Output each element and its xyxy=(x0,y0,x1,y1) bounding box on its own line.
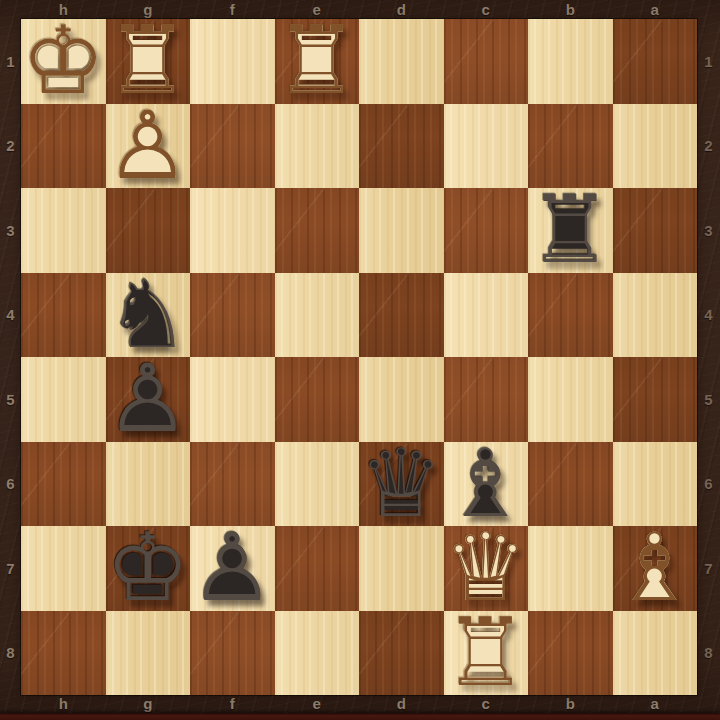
rank-label-right-4: 4 xyxy=(697,273,720,358)
square-h3[interactable] xyxy=(21,188,106,273)
piece-black-pawn[interactable]: ♟♙ xyxy=(190,526,275,611)
square-c6[interactable]: ♝♗ xyxy=(444,442,529,527)
piece-fill-glyph: ♚ xyxy=(106,526,191,611)
piece-detail-outline: ♕ xyxy=(444,526,529,611)
square-h7[interactable] xyxy=(21,526,106,611)
piece-detail-outline: ♖ xyxy=(275,19,360,104)
rank-label-right-5: 5 xyxy=(697,357,720,442)
square-g7[interactable]: ♚♔ xyxy=(106,526,191,611)
piece-white-rook[interactable]: ♜♖ xyxy=(106,19,191,104)
square-e4[interactable] xyxy=(275,273,360,358)
file-labels-top: hgfedcba xyxy=(21,0,697,19)
square-b6[interactable] xyxy=(528,442,613,527)
square-d2[interactable] xyxy=(359,104,444,189)
piece-detail-outline: ♖ xyxy=(528,188,613,273)
file-label-bottom-f: f xyxy=(190,693,275,713)
file-label-top-h: h xyxy=(21,0,106,19)
square-f4[interactable] xyxy=(190,273,275,358)
file-label-top-g: g xyxy=(106,0,191,19)
piece-white-rook[interactable]: ♜♖ xyxy=(275,19,360,104)
rank-label-left-4: 4 xyxy=(0,273,21,358)
rank-label-left-5: 5 xyxy=(0,357,21,442)
rank-label-right-3: 3 xyxy=(697,188,720,273)
square-d8[interactable] xyxy=(359,611,444,696)
square-c8[interactable]: ♜♖ xyxy=(444,611,529,696)
piece-fill-glyph: ♛ xyxy=(444,526,529,611)
file-label-top-f: f xyxy=(190,0,275,19)
rank-label-left-2: 2 xyxy=(0,104,21,189)
square-h1[interactable]: ♚♔ xyxy=(21,19,106,104)
piece-fill-glyph: ♜ xyxy=(444,611,529,696)
square-g8[interactable] xyxy=(106,611,191,696)
board[interactable]: ♚♔♜♖♜♖♟♙♜♖♞♘♟♙♛♕♝♗♚♔♟♙♛♕♝♗♜♖ xyxy=(21,19,697,695)
rank-label-left-3: 3 xyxy=(0,188,21,273)
file-label-top-b: b xyxy=(528,0,613,19)
square-f6[interactable] xyxy=(190,442,275,527)
piece-detail-outline: ♗ xyxy=(613,526,698,611)
square-e7[interactable] xyxy=(275,526,360,611)
square-h8[interactable] xyxy=(21,611,106,696)
square-h6[interactable] xyxy=(21,442,106,527)
square-c2[interactable] xyxy=(444,104,529,189)
square-c7[interactable]: ♛♕ xyxy=(444,526,529,611)
bottom-bezel xyxy=(0,713,720,720)
piece-detail-outline: ♘ xyxy=(106,273,191,358)
piece-detail-outline: ♖ xyxy=(444,611,529,696)
square-g6[interactable] xyxy=(106,442,191,527)
square-a4[interactable] xyxy=(613,273,698,358)
square-c5[interactable] xyxy=(444,357,529,442)
piece-white-king[interactable]: ♚♔ xyxy=(21,19,106,104)
piece-fill-glyph: ♟ xyxy=(106,357,191,442)
piece-white-rook[interactable]: ♜♖ xyxy=(444,611,529,696)
square-b7[interactable] xyxy=(528,526,613,611)
piece-fill-glyph: ♜ xyxy=(528,188,613,273)
square-g5[interactable]: ♟♙ xyxy=(106,357,191,442)
piece-black-queen[interactable]: ♛♕ xyxy=(359,442,444,527)
chess-app-window: hgfedcba hgfedcba 12345678 12345678 ♚♔♜♖… xyxy=(0,0,720,720)
square-d7[interactable] xyxy=(359,526,444,611)
square-d3[interactable] xyxy=(359,188,444,273)
file-label-bottom-d: d xyxy=(359,693,444,713)
piece-detail-outline: ♕ xyxy=(359,442,444,527)
square-f8[interactable] xyxy=(190,611,275,696)
rank-label-right-6: 6 xyxy=(697,442,720,527)
square-f7[interactable]: ♟♙ xyxy=(190,526,275,611)
piece-black-pawn[interactable]: ♟♙ xyxy=(106,357,191,442)
rank-label-left-8: 8 xyxy=(0,611,21,696)
piece-detail-outline: ♙ xyxy=(106,357,191,442)
square-a5[interactable] xyxy=(613,357,698,442)
square-a7[interactable]: ♝♗ xyxy=(613,526,698,611)
square-g1[interactable]: ♜♖ xyxy=(106,19,191,104)
square-d6[interactable]: ♛♕ xyxy=(359,442,444,527)
square-d1[interactable] xyxy=(359,19,444,104)
rank-label-right-2: 2 xyxy=(697,104,720,189)
square-g4[interactable]: ♞♘ xyxy=(106,273,191,358)
square-b2[interactable] xyxy=(528,104,613,189)
piece-detail-outline: ♙ xyxy=(106,104,191,189)
piece-fill-glyph: ♜ xyxy=(106,19,191,104)
file-labels-bottom: hgfedcba xyxy=(21,693,697,713)
piece-white-bishop[interactable]: ♝♗ xyxy=(613,526,698,611)
file-label-bottom-b: b xyxy=(528,693,613,713)
square-d4[interactable] xyxy=(359,273,444,358)
rank-label-right-7: 7 xyxy=(697,526,720,611)
square-b4[interactable] xyxy=(528,273,613,358)
piece-fill-glyph: ♜ xyxy=(275,19,360,104)
file-label-top-e: e xyxy=(275,0,360,19)
file-label-top-c: c xyxy=(444,0,529,19)
rank-labels-left: 12345678 xyxy=(0,19,21,695)
piece-detail-outline: ♗ xyxy=(444,442,529,527)
piece-black-king[interactable]: ♚♔ xyxy=(106,526,191,611)
square-g2[interactable]: ♟♙ xyxy=(106,104,191,189)
square-c4[interactable] xyxy=(444,273,529,358)
square-c3[interactable] xyxy=(444,188,529,273)
square-h2[interactable] xyxy=(21,104,106,189)
rank-label-left-1: 1 xyxy=(0,19,21,104)
square-b8[interactable] xyxy=(528,611,613,696)
piece-fill-glyph: ♝ xyxy=(444,442,529,527)
square-h4[interactable] xyxy=(21,273,106,358)
square-a6[interactable] xyxy=(613,442,698,527)
rank-label-right-8: 8 xyxy=(697,611,720,696)
piece-fill-glyph: ♛ xyxy=(359,442,444,527)
piece-fill-glyph: ♚ xyxy=(21,19,106,104)
file-label-top-a: a xyxy=(613,0,698,19)
piece-black-rook[interactable]: ♜♖ xyxy=(528,188,613,273)
square-b1[interactable] xyxy=(528,19,613,104)
piece-fill-glyph: ♝ xyxy=(613,526,698,611)
square-c1[interactable] xyxy=(444,19,529,104)
piece-detail-outline: ♔ xyxy=(21,19,106,104)
square-e3[interactable] xyxy=(275,188,360,273)
square-a2[interactable] xyxy=(613,104,698,189)
piece-detail-outline: ♙ xyxy=(190,526,275,611)
square-e2[interactable] xyxy=(275,104,360,189)
square-h5[interactable] xyxy=(21,357,106,442)
file-label-bottom-g: g xyxy=(106,693,191,713)
square-f1[interactable] xyxy=(190,19,275,104)
square-f2[interactable] xyxy=(190,104,275,189)
file-label-bottom-c: c xyxy=(444,693,529,713)
square-a3[interactable] xyxy=(613,188,698,273)
square-e1[interactable]: ♜♖ xyxy=(275,19,360,104)
file-label-top-d: d xyxy=(359,0,444,19)
piece-detail-outline: ♖ xyxy=(106,19,191,104)
square-g3[interactable] xyxy=(106,188,191,273)
square-a1[interactable] xyxy=(613,19,698,104)
rank-label-left-6: 6 xyxy=(0,442,21,527)
piece-black-bishop[interactable]: ♝♗ xyxy=(444,442,529,527)
square-f3[interactable] xyxy=(190,188,275,273)
rank-label-left-7: 7 xyxy=(0,526,21,611)
file-label-bottom-h: h xyxy=(21,693,106,713)
file-label-bottom-a: a xyxy=(613,693,698,713)
square-e6[interactable] xyxy=(275,442,360,527)
piece-detail-outline: ♔ xyxy=(106,526,191,611)
piece-fill-glyph: ♟ xyxy=(106,104,191,189)
piece-black-knight[interactable]: ♞♘ xyxy=(106,273,191,358)
square-e8[interactable] xyxy=(275,611,360,696)
square-f5[interactable] xyxy=(190,357,275,442)
piece-fill-glyph: ♟ xyxy=(190,526,275,611)
square-b3[interactable]: ♜♖ xyxy=(528,188,613,273)
rank-labels-right: 12345678 xyxy=(697,19,720,695)
square-b5[interactable] xyxy=(528,357,613,442)
square-d5[interactable] xyxy=(359,357,444,442)
piece-white-pawn[interactable]: ♟♙ xyxy=(106,104,191,189)
square-e5[interactable] xyxy=(275,357,360,442)
rank-label-right-1: 1 xyxy=(697,19,720,104)
piece-white-queen[interactable]: ♛♕ xyxy=(444,526,529,611)
file-label-bottom-e: e xyxy=(275,693,360,713)
square-a8[interactable] xyxy=(613,611,698,696)
piece-fill-glyph: ♞ xyxy=(106,273,191,358)
